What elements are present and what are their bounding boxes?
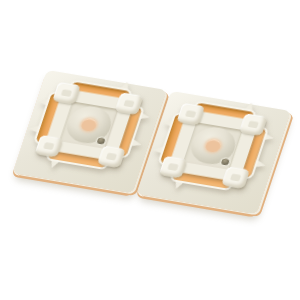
side-hole [221, 158, 230, 165]
mount-pair-sheet [13, 70, 291, 214]
saddle-assembly [32, 80, 145, 170]
saddle-assembly [157, 101, 270, 191]
corner-post [221, 166, 249, 188]
product-photo [0, 0, 300, 300]
side-hole [96, 137, 105, 144]
corner-post [97, 145, 125, 167]
